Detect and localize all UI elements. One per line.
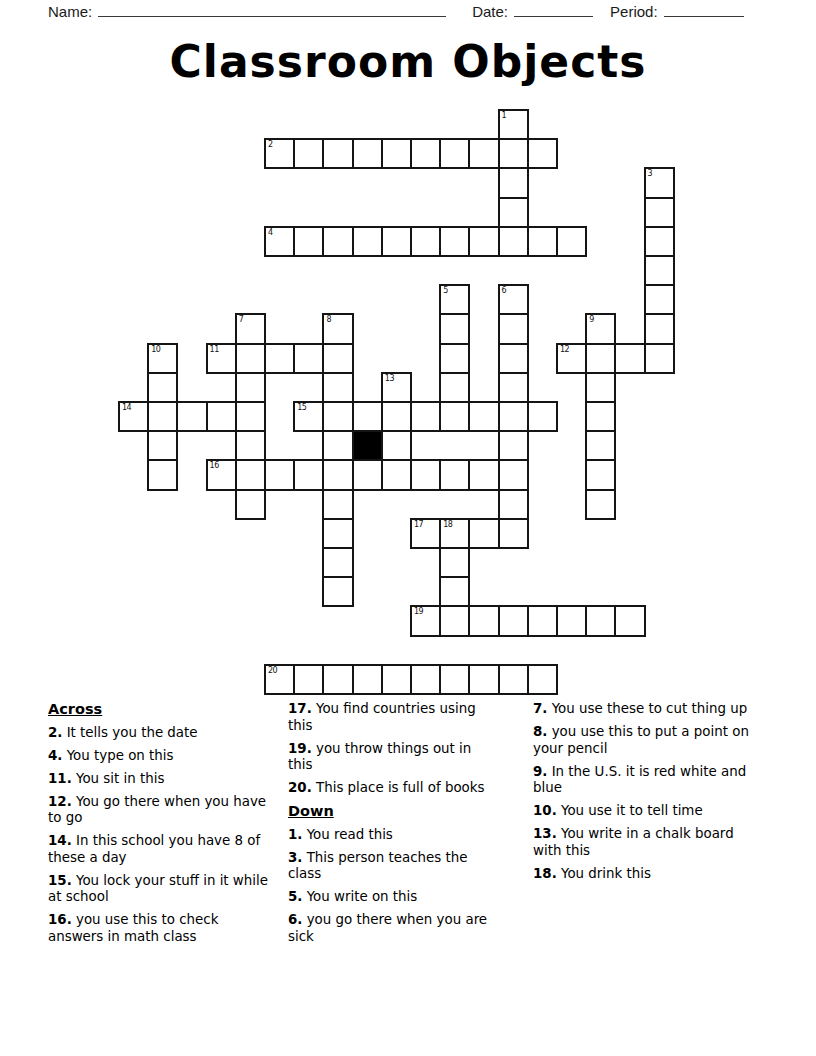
black-cell: [352, 430, 383, 461]
clue-number: 20: [268, 666, 277, 676]
grid-cell[interactable]: [439, 547, 470, 578]
grid-cell[interactable]: [381, 430, 412, 461]
clue-20: 20. This place is full of books: [288, 780, 496, 797]
grid-cell[interactable]: [439, 576, 470, 607]
grid-cell[interactable]: [439, 226, 470, 257]
grid-cell[interactable]: [585, 401, 616, 432]
clue-9: 9. In the U.S. it is red white and blue: [533, 764, 749, 797]
grid-cell[interactable]: [644, 313, 675, 344]
grid-cell[interactable]: 5: [439, 284, 470, 315]
grid-cell[interactable]: [235, 489, 266, 520]
grid-cell[interactable]: [381, 138, 412, 169]
clue-number: 18: [443, 520, 452, 530]
grid-cell[interactable]: [527, 401, 558, 432]
clue-16: 16. you use this to check answers in mat…: [48, 912, 272, 945]
clue-12: 12. You go there when you have to go: [48, 794, 272, 827]
grid-cell[interactable]: [322, 372, 353, 403]
grid-cell[interactable]: [585, 605, 616, 636]
grid-cell[interactable]: 20: [264, 664, 295, 695]
clue-number: 3: [648, 169, 653, 179]
clue-8: 8. you use this to put a point on your p…: [533, 724, 749, 757]
grid-cell[interactable]: 14: [118, 401, 149, 432]
grid-cell[interactable]: [468, 518, 499, 549]
grid-cell[interactable]: 15: [293, 401, 324, 432]
clue-number: 9: [589, 315, 594, 325]
period-blank-line[interactable]: [664, 2, 744, 17]
clue-number: 12: [560, 345, 569, 355]
grid-cell[interactable]: [498, 343, 529, 374]
grid-cell[interactable]: [322, 226, 353, 257]
grid-cell[interactable]: [322, 401, 353, 432]
clue-number: 15: [297, 403, 306, 413]
grid-cell[interactable]: 11: [206, 343, 237, 374]
grid-cell[interactable]: [352, 226, 383, 257]
grid-cell[interactable]: [498, 372, 529, 403]
grid-cell[interactable]: [147, 459, 178, 490]
grid-cell[interactable]: [293, 138, 324, 169]
grid-cell[interactable]: [235, 372, 266, 403]
grid-cell[interactable]: [468, 401, 499, 432]
grid-cell[interactable]: 4: [264, 226, 295, 257]
grid-cell[interactable]: [498, 489, 529, 520]
grid-cell[interactable]: [498, 138, 529, 169]
date-blank-line[interactable]: [514, 2, 593, 17]
grid-cell[interactable]: [439, 605, 470, 636]
clue-2: 2. It tells you the date: [48, 725, 272, 742]
clue-number: 6: [502, 286, 507, 296]
grid-cell[interactable]: 13: [381, 372, 412, 403]
grid-cell[interactable]: [498, 401, 529, 432]
clue-column-3: 7. You use these to cut thing up8. you u…: [533, 701, 749, 889]
grid-cell[interactable]: [468, 664, 499, 695]
grid-cell[interactable]: [498, 459, 529, 490]
clue-11: 11. You sit in this: [48, 771, 272, 788]
clue-number: 2: [268, 140, 273, 150]
grid-cell[interactable]: [322, 489, 353, 520]
grid-cell[interactable]: [147, 430, 178, 461]
clue-17: 17. You find countries using this: [288, 701, 496, 734]
grid-cell[interactable]: 19: [410, 605, 441, 636]
clue-number: 16: [210, 461, 219, 471]
clue-number: 17: [414, 520, 423, 530]
grid-cell[interactable]: [352, 401, 383, 432]
grid-cell[interactable]: [439, 313, 470, 344]
grid-cell[interactable]: [235, 343, 266, 374]
grid-cell[interactable]: [439, 401, 470, 432]
grid-cell[interactable]: [381, 459, 412, 490]
clue-10: 10. You use it to tell time: [533, 803, 749, 820]
grid-cell[interactable]: [410, 226, 441, 257]
grid-cell[interactable]: 3: [644, 167, 675, 198]
clue-3: 3. This person teaches the class: [288, 850, 496, 883]
grid-cell[interactable]: [527, 138, 558, 169]
grid-cell[interactable]: [498, 605, 529, 636]
clue-1: 1. You read this: [288, 827, 496, 844]
clue-6: 6. you go there when you are sick: [288, 912, 496, 945]
grid-cell[interactable]: [527, 605, 558, 636]
worksheet-header: Name:Date:Period:: [48, 2, 778, 20]
name-label: Name:: [48, 3, 92, 20]
grid-cell[interactable]: [147, 372, 178, 403]
clue-number: 5: [443, 286, 448, 296]
clue-number: 13: [385, 374, 394, 384]
clue-15: 15. You lock your stuff in it while at s…: [48, 873, 272, 906]
grid-cell[interactable]: [585, 430, 616, 461]
grid-cell[interactable]: [381, 664, 412, 695]
grid-cell[interactable]: [644, 284, 675, 315]
clue-5: 5. You write on this: [288, 889, 496, 906]
grid-cell[interactable]: [206, 401, 237, 432]
grid-cell[interactable]: [614, 605, 645, 636]
crossword-grid: 1234567891011121314151617181920: [118, 109, 676, 696]
grid-cell[interactable]: [410, 401, 441, 432]
grid-cell[interactable]: [498, 518, 529, 549]
grid-cell[interactable]: [352, 459, 383, 490]
grid-cell[interactable]: [410, 664, 441, 695]
grid-cell[interactable]: [556, 226, 587, 257]
clue-number: 19: [414, 607, 423, 617]
grid-cell[interactable]: [439, 372, 470, 403]
worksheet-page: { "game": "crossword", "header": { "name…: [0, 0, 816, 1056]
grid-cell[interactable]: [585, 459, 616, 490]
grid-cell[interactable]: [527, 664, 558, 695]
grid-cell[interactable]: [322, 430, 353, 461]
grid-cell[interactable]: [468, 605, 499, 636]
grid-cell[interactable]: 10: [147, 343, 178, 374]
grid-cell[interactable]: [235, 430, 266, 461]
grid-cell[interactable]: [644, 226, 675, 257]
grid-cell[interactable]: [498, 430, 529, 461]
grid-cell[interactable]: [585, 343, 616, 374]
clue-number: 1: [502, 111, 507, 121]
date-label: Date:: [472, 3, 508, 20]
grid-cell[interactable]: [176, 401, 207, 432]
clues-section-header-across: Across: [48, 701, 272, 718]
grid-cell[interactable]: [381, 226, 412, 257]
grid-cell[interactable]: [468, 138, 499, 169]
grid-cell[interactable]: [439, 459, 470, 490]
grid-cell[interactable]: 6: [498, 284, 529, 315]
grid-cell[interactable]: [410, 138, 441, 169]
grid-cell[interactable]: [293, 459, 324, 490]
grid-cell[interactable]: [468, 459, 499, 490]
grid-cell[interactable]: [293, 664, 324, 695]
grid-cell[interactable]: [644, 255, 675, 286]
grid-cell[interactable]: [468, 226, 499, 257]
grid-cell[interactable]: [585, 489, 616, 520]
grid-cell[interactable]: [147, 401, 178, 432]
name-blank-line[interactable]: [98, 2, 446, 17]
clue-column-2: 17. You find countries using this19. you…: [288, 701, 496, 952]
page-title: Classroom Objects: [0, 36, 816, 87]
grid-cell[interactable]: [293, 343, 324, 374]
grid-cell[interactable]: [644, 197, 675, 228]
grid-cell[interactable]: 2: [264, 138, 295, 169]
grid-cell[interactable]: [322, 343, 353, 374]
grid-cell[interactable]: [235, 459, 266, 490]
clue-number: 8: [326, 315, 331, 325]
grid-cell[interactable]: [352, 664, 383, 695]
grid-cell[interactable]: [410, 459, 441, 490]
clue-number: 7: [239, 315, 244, 325]
clue-number: 11: [210, 345, 219, 355]
period-label: Period:: [610, 3, 658, 20]
grid-cell[interactable]: 9: [585, 313, 616, 344]
grid-cell[interactable]: [614, 343, 645, 374]
grid-cell[interactable]: [498, 167, 529, 198]
grid-cell[interactable]: [293, 226, 324, 257]
grid-cell[interactable]: [322, 576, 353, 607]
grid-cell[interactable]: [527, 226, 558, 257]
grid-cell[interactable]: [556, 605, 587, 636]
clues-section-header-down: Down: [288, 803, 496, 820]
grid-cell[interactable]: [322, 138, 353, 169]
grid-cell[interactable]: [322, 459, 353, 490]
grid-cell[interactable]: [498, 226, 529, 257]
clue-number: 10: [151, 345, 160, 355]
grid-cell[interactable]: 7: [235, 313, 266, 344]
grid-cell[interactable]: [264, 343, 295, 374]
grid-cell[interactable]: 12: [556, 343, 587, 374]
grid-cell[interactable]: [352, 138, 383, 169]
grid-cell[interactable]: [644, 343, 675, 374]
grid-cell[interactable]: 18: [439, 518, 470, 549]
grid-cell[interactable]: 17: [410, 518, 441, 549]
grid-cell[interactable]: [498, 313, 529, 344]
grid-cell[interactable]: [439, 343, 470, 374]
clue-column-1: Across2. It tells you the date4. You typ…: [48, 701, 272, 952]
grid-cell[interactable]: [439, 664, 470, 695]
clue-13: 13. You write in a chalk board with this: [533, 826, 749, 859]
clue-14: 14. In this school you have 8 of these a…: [48, 833, 272, 866]
grid-cell[interactable]: 16: [206, 459, 237, 490]
grid-cell[interactable]: [322, 664, 353, 695]
clue-4: 4. You type on this: [48, 748, 272, 765]
grid-cell[interactable]: [498, 664, 529, 695]
clue-number: 4: [268, 228, 273, 238]
grid-cell[interactable]: 8: [322, 313, 353, 344]
clue-number: 14: [122, 403, 131, 413]
grid-cell[interactable]: [235, 401, 266, 432]
grid-cell[interactable]: [585, 372, 616, 403]
grid-cell[interactable]: [322, 518, 353, 549]
clue-18: 18. You drink this: [533, 866, 749, 883]
clue-7: 7. You use these to cut thing up: [533, 701, 749, 718]
grid-cell[interactable]: [322, 547, 353, 578]
grid-cell[interactable]: 1: [498, 109, 529, 140]
grid-cell[interactable]: [498, 197, 529, 228]
clue-19: 19. you throw things out in this: [288, 741, 496, 774]
grid-cell[interactable]: [381, 401, 412, 432]
grid-cell[interactable]: [264, 459, 295, 490]
grid-cell[interactable]: [439, 138, 470, 169]
